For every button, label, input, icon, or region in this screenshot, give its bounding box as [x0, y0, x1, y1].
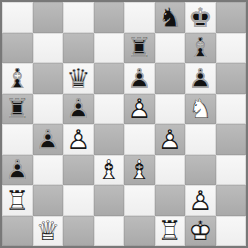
piece-black-pawn[interactable]: ♟♙ [2, 155, 33, 186]
square-b7[interactable] [33, 33, 64, 64]
square-h7[interactable] [216, 33, 247, 64]
square-f6[interactable] [155, 63, 186, 94]
piece-glyph-outline: ♔ [185, 216, 216, 247]
piece-glyph-outline: ♖ [124, 33, 155, 64]
piece-glyph-outline: ♙ [2, 155, 33, 186]
piece-glyph-outline: ♙ [63, 94, 94, 125]
square-c4[interactable]: ♟♙ [63, 124, 94, 155]
piece-glyph-outline: ♕ [63, 63, 94, 94]
square-e8[interactable] [124, 2, 155, 33]
piece-glyph-fill: ♚ [185, 2, 216, 33]
piece-glyph-outline: ♖ [2, 94, 33, 125]
piece-glyph-fill: ♝ [2, 63, 33, 94]
square-g5[interactable]: ♞♘ [185, 94, 216, 125]
piece-glyph-fill: ♟ [63, 124, 94, 155]
square-d6[interactable] [94, 63, 125, 94]
square-d2[interactable] [94, 185, 125, 216]
piece-glyph-outline: ♗ [94, 155, 125, 186]
piece-white-rook[interactable]: ♜♖ [155, 216, 186, 247]
piece-glyph-fill: ♜ [2, 94, 33, 125]
square-e7[interactable]: ♜♖ [124, 33, 155, 64]
piece-glyph-outline: ♙ [33, 124, 64, 155]
piece-black-king[interactable]: ♚♔ [185, 2, 216, 33]
square-c5[interactable]: ♟♙ [63, 94, 94, 125]
square-h8[interactable] [216, 2, 247, 33]
piece-glyph-outline: ♗ [185, 33, 216, 64]
piece-white-pawn[interactable]: ♟♙ [124, 94, 155, 125]
square-c6[interactable]: ♛♕ [63, 63, 94, 94]
square-d8[interactable] [94, 2, 125, 33]
square-e6[interactable]: ♟♙ [124, 63, 155, 94]
square-b2[interactable] [33, 185, 64, 216]
piece-glyph-fill: ♜ [2, 185, 33, 216]
square-d3[interactable]: ♝♗ [94, 155, 125, 186]
square-h5[interactable] [216, 94, 247, 125]
piece-glyph-fill: ♞ [185, 94, 216, 125]
square-h1[interactable] [216, 216, 247, 247]
piece-black-bishop[interactable]: ♝♗ [2, 63, 33, 94]
square-f2[interactable] [155, 185, 186, 216]
square-h4[interactable] [216, 124, 247, 155]
square-a1[interactable] [2, 216, 33, 247]
square-g4[interactable] [185, 124, 216, 155]
piece-white-queen[interactable]: ♛♕ [33, 216, 64, 247]
piece-glyph-fill: ♟ [185, 63, 216, 94]
piece-glyph-fill: ♟ [33, 124, 64, 155]
square-g1[interactable]: ♚♔ [185, 216, 216, 247]
square-h6[interactable] [216, 63, 247, 94]
piece-white-pawn[interactable]: ♟♙ [185, 185, 216, 216]
piece-glyph-outline: ♙ [185, 63, 216, 94]
square-f3[interactable] [155, 155, 186, 186]
piece-black-pawn[interactable]: ♟♙ [63, 94, 94, 125]
piece-glyph-outline: ♗ [124, 155, 155, 186]
piece-glyph-fill: ♜ [124, 33, 155, 64]
square-f4[interactable]: ♟♙ [155, 124, 186, 155]
piece-black-pawn[interactable]: ♟♙ [124, 63, 155, 94]
square-a4[interactable] [2, 124, 33, 155]
square-e4[interactable] [124, 124, 155, 155]
square-d5[interactable] [94, 94, 125, 125]
piece-white-rook[interactable]: ♜♖ [2, 185, 33, 216]
piece-white-knight[interactable]: ♞♘ [185, 94, 216, 125]
piece-glyph-fill: ♝ [124, 155, 155, 186]
square-f5[interactable] [155, 94, 186, 125]
piece-glyph-fill: ♟ [155, 124, 186, 155]
piece-white-bishop[interactable]: ♝♗ [94, 155, 125, 186]
piece-glyph-fill: ♟ [2, 155, 33, 186]
square-b1[interactable]: ♛♕ [33, 216, 64, 247]
square-e2[interactable] [124, 185, 155, 216]
piece-glyph-outline: ♙ [63, 124, 94, 155]
piece-glyph-outline: ♕ [33, 216, 64, 247]
square-f1[interactable]: ♜♖ [155, 216, 186, 247]
piece-glyph-outline: ♔ [185, 2, 216, 33]
piece-glyph-fill: ♟ [124, 63, 155, 94]
square-g3[interactable] [185, 155, 216, 186]
piece-glyph-fill: ♛ [63, 63, 94, 94]
piece-glyph-fill: ♝ [94, 155, 125, 186]
piece-white-king[interactable]: ♚♔ [185, 216, 216, 247]
square-g7[interactable]: ♝♗ [185, 33, 216, 64]
piece-black-queen[interactable]: ♛♕ [63, 63, 94, 94]
piece-black-pawn[interactable]: ♟♙ [33, 124, 64, 155]
piece-glyph-outline: ♙ [155, 124, 186, 155]
piece-black-rook[interactable]: ♜♖ [124, 33, 155, 64]
piece-glyph-fill: ♟ [124, 94, 155, 125]
square-b6[interactable] [33, 63, 64, 94]
piece-glyph-fill: ♝ [185, 33, 216, 64]
square-d7[interactable] [94, 33, 125, 64]
piece-glyph-fill: ♟ [185, 185, 216, 216]
piece-black-knight[interactable]: ♞♘ [155, 2, 186, 33]
square-b3[interactable] [33, 155, 64, 186]
square-f7[interactable] [155, 33, 186, 64]
square-g2[interactable]: ♟♙ [185, 185, 216, 216]
square-f8[interactable]: ♞♘ [155, 2, 186, 33]
piece-white-pawn[interactable]: ♟♙ [63, 124, 94, 155]
square-e3[interactable]: ♝♗ [124, 155, 155, 186]
square-c8[interactable] [63, 2, 94, 33]
square-a3[interactable]: ♟♙ [2, 155, 33, 186]
piece-glyph-outline: ♘ [185, 94, 216, 125]
piece-glyph-fill: ♞ [155, 2, 186, 33]
piece-glyph-outline: ♗ [2, 63, 33, 94]
piece-glyph-fill: ♜ [155, 216, 186, 247]
square-g8[interactable]: ♚♔ [185, 2, 216, 33]
piece-glyph-fill: ♟ [63, 94, 94, 125]
square-b4[interactable]: ♟♙ [33, 124, 64, 155]
chess-board: ♞♘♚♔♜♖♝♗♝♗♛♕♟♙♟♙♜♖♟♙♟♙♞♘♟♙♟♙♟♙♟♙♝♗♝♗♜♖♟♙… [0, 0, 248, 248]
square-h2[interactable] [216, 185, 247, 216]
square-d4[interactable] [94, 124, 125, 155]
piece-black-bishop[interactable]: ♝♗ [185, 33, 216, 64]
square-a6[interactable]: ♝♗ [2, 63, 33, 94]
square-h3[interactable] [216, 155, 247, 186]
piece-black-rook[interactable]: ♜♖ [2, 94, 33, 125]
square-c3[interactable] [63, 155, 94, 186]
piece-glyph-outline: ♘ [155, 2, 186, 33]
square-d1[interactable] [94, 216, 125, 247]
square-a7[interactable] [2, 33, 33, 64]
piece-white-bishop[interactable]: ♝♗ [124, 155, 155, 186]
piece-glyph-outline: ♙ [185, 185, 216, 216]
square-c1[interactable] [63, 216, 94, 247]
square-a5[interactable]: ♜♖ [2, 94, 33, 125]
piece-black-pawn[interactable]: ♟♙ [185, 63, 216, 94]
square-c7[interactable] [63, 33, 94, 64]
piece-glyph-outline: ♖ [155, 216, 186, 247]
square-g6[interactable]: ♟♙ [185, 63, 216, 94]
square-b5[interactable] [33, 94, 64, 125]
piece-glyph-outline: ♙ [124, 63, 155, 94]
piece-white-pawn[interactable]: ♟♙ [155, 124, 186, 155]
square-a2[interactable]: ♜♖ [2, 185, 33, 216]
square-e1[interactable] [124, 216, 155, 247]
square-c2[interactable] [63, 185, 94, 216]
piece-glyph-fill: ♚ [185, 216, 216, 247]
piece-glyph-outline: ♙ [124, 94, 155, 125]
piece-glyph-outline: ♖ [2, 185, 33, 216]
square-b8[interactable] [33, 2, 64, 33]
piece-glyph-fill: ♛ [33, 216, 64, 247]
square-e5[interactable]: ♟♙ [124, 94, 155, 125]
square-a8[interactable] [2, 2, 33, 33]
